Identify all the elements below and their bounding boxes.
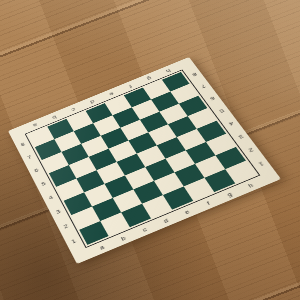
file-label-c-bottom: c: [141, 226, 147, 232]
rank-label-7-right: 7: [199, 83, 205, 88]
rank-label-8-left: 8: [20, 142, 26, 148]
rank-label-1-left: 1: [70, 238, 76, 245]
photo-scene: aabbccddeeffgghh8877665544332211: [0, 0, 300, 300]
rank-label-6-left: 6: [33, 167, 39, 173]
file-label-g-top: g: [146, 76, 152, 81]
file-label-g-bottom: g: [226, 191, 233, 197]
rank-label-2-right: 2: [247, 147, 254, 153]
file-label-e-bottom: e: [184, 209, 191, 215]
file-label-d-bottom: d: [162, 218, 169, 224]
rank-label-8-right: 8: [191, 72, 197, 77]
rank-label-1-right: 1: [257, 161, 264, 167]
rank-label-6-right: 6: [208, 95, 215, 100]
rank-label-2-left: 2: [63, 223, 69, 229]
rank-label-7-left: 7: [26, 154, 32, 160]
file-label-h-top: h: [165, 68, 171, 73]
file-label-b-top: b: [51, 114, 57, 119]
rank-label-5-right: 5: [218, 108, 225, 114]
file-label-f-top: f: [128, 84, 132, 89]
file-label-a-top: a: [32, 122, 38, 127]
rank-label-3-right: 3: [237, 134, 244, 140]
rank-label-4-right: 4: [227, 120, 234, 126]
file-label-f-bottom: f: [206, 200, 211, 206]
rank-label-4-left: 4: [48, 195, 54, 201]
file-label-b-bottom: b: [120, 235, 127, 242]
file-label-a-bottom: a: [99, 244, 106, 251]
file-label-h-bottom: h: [247, 182, 254, 188]
file-label-e-top: e: [108, 91, 114, 96]
rank-label-5-left: 5: [40, 181, 46, 187]
file-label-c-top: c: [70, 107, 75, 112]
file-label-d-top: d: [89, 99, 95, 104]
rank-label-3-left: 3: [55, 209, 61, 215]
